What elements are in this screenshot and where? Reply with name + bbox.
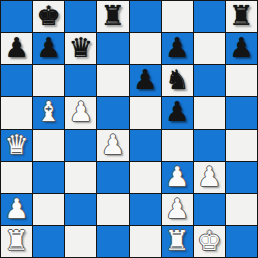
piece-white-pawn[interactable]: ♟ xyxy=(4,195,28,222)
square-b4[interactable] xyxy=(33,130,64,161)
square-f5[interactable]: ♟ xyxy=(162,97,193,128)
square-g8[interactable] xyxy=(194,1,225,32)
piece-white-pawn[interactable]: ♟ xyxy=(69,98,93,125)
piece-black-pawn[interactable]: ♟ xyxy=(165,98,189,125)
square-c3[interactable] xyxy=(65,162,96,193)
piece-black-rook[interactable]: ♜ xyxy=(101,2,125,29)
chess-board-wrapper: ♚♜♜♟♟♛♟♟♟♞♝♟♟♛♟♟♟♟♟♜♜♚ xyxy=(0,0,258,258)
piece-black-king[interactable]: ♚ xyxy=(37,2,61,29)
square-b7[interactable]: ♟ xyxy=(33,33,64,64)
square-f7[interactable]: ♟ xyxy=(162,33,193,64)
square-a2[interactable]: ♟ xyxy=(1,194,32,225)
square-c6[interactable] xyxy=(65,65,96,96)
square-d7[interactable] xyxy=(97,33,128,64)
piece-white-pawn[interactable]: ♟ xyxy=(165,163,189,190)
piece-black-queen[interactable]: ♛ xyxy=(69,34,93,61)
square-a8[interactable] xyxy=(1,1,32,32)
square-a1[interactable]: ♜ xyxy=(1,226,32,257)
piece-white-rook[interactable]: ♜ xyxy=(165,227,189,254)
square-a4[interactable]: ♛ xyxy=(1,130,32,161)
square-e1[interactable] xyxy=(130,226,161,257)
square-e4[interactable] xyxy=(130,130,161,161)
piece-black-pawn[interactable]: ♟ xyxy=(4,34,28,61)
piece-black-pawn[interactable]: ♟ xyxy=(165,34,189,61)
square-f3[interactable]: ♟ xyxy=(162,162,193,193)
square-d4[interactable]: ♟ xyxy=(97,130,128,161)
square-e7[interactable] xyxy=(130,33,161,64)
chess-board: ♚♜♜♟♟♛♟♟♟♞♝♟♟♛♟♟♟♟♟♜♜♚ xyxy=(0,0,258,258)
square-d3[interactable] xyxy=(97,162,128,193)
square-f1[interactable]: ♜ xyxy=(162,226,193,257)
square-h3[interactable] xyxy=(226,162,257,193)
square-a5[interactable] xyxy=(1,97,32,128)
square-c8[interactable] xyxy=(65,1,96,32)
piece-white-pawn[interactable]: ♟ xyxy=(197,163,221,190)
square-a6[interactable] xyxy=(1,65,32,96)
piece-black-pawn[interactable]: ♟ xyxy=(133,66,157,93)
square-a7[interactable]: ♟ xyxy=(1,33,32,64)
piece-white-rook[interactable]: ♜ xyxy=(4,227,28,254)
square-h6[interactable] xyxy=(226,65,257,96)
square-f4[interactable] xyxy=(162,130,193,161)
square-g2[interactable] xyxy=(194,194,225,225)
square-b1[interactable] xyxy=(33,226,64,257)
square-f2[interactable]: ♟ xyxy=(162,194,193,225)
square-h1[interactable] xyxy=(226,226,257,257)
square-c1[interactable] xyxy=(65,226,96,257)
piece-white-pawn[interactable]: ♟ xyxy=(165,195,189,222)
square-e3[interactable] xyxy=(130,162,161,193)
square-d2[interactable] xyxy=(97,194,128,225)
piece-black-knight[interactable]: ♞ xyxy=(165,66,189,93)
piece-white-pawn[interactable]: ♟ xyxy=(101,131,125,158)
piece-black-pawn[interactable]: ♟ xyxy=(229,34,253,61)
square-g7[interactable] xyxy=(194,33,225,64)
square-g5[interactable] xyxy=(194,97,225,128)
square-e2[interactable] xyxy=(130,194,161,225)
square-h2[interactable] xyxy=(226,194,257,225)
square-h7[interactable]: ♟ xyxy=(226,33,257,64)
square-d8[interactable]: ♜ xyxy=(97,1,128,32)
square-e8[interactable] xyxy=(130,1,161,32)
piece-black-pawn[interactable]: ♟ xyxy=(37,34,61,61)
square-b3[interactable] xyxy=(33,162,64,193)
square-g4[interactable] xyxy=(194,130,225,161)
square-f6[interactable]: ♞ xyxy=(162,65,193,96)
square-h8[interactable]: ♜ xyxy=(226,1,257,32)
square-e5[interactable] xyxy=(130,97,161,128)
square-f8[interactable] xyxy=(162,1,193,32)
piece-white-queen[interactable]: ♛ xyxy=(4,131,28,158)
square-c4[interactable] xyxy=(65,130,96,161)
square-d6[interactable] xyxy=(97,65,128,96)
square-b6[interactable] xyxy=(33,65,64,96)
piece-white-king[interactable]: ♚ xyxy=(197,227,221,254)
square-b5[interactable]: ♝ xyxy=(33,97,64,128)
square-c2[interactable] xyxy=(65,194,96,225)
square-g6[interactable] xyxy=(194,65,225,96)
square-e6[interactable]: ♟ xyxy=(130,65,161,96)
square-g1[interactable]: ♚ xyxy=(194,226,225,257)
piece-white-bishop[interactable]: ♝ xyxy=(37,98,61,125)
square-b8[interactable]: ♚ xyxy=(33,1,64,32)
square-h4[interactable] xyxy=(226,130,257,161)
square-h5[interactable] xyxy=(226,97,257,128)
piece-black-rook[interactable]: ♜ xyxy=(229,2,253,29)
square-d5[interactable] xyxy=(97,97,128,128)
square-c7[interactable]: ♛ xyxy=(65,33,96,64)
square-a3[interactable] xyxy=(1,162,32,193)
square-g3[interactable]: ♟ xyxy=(194,162,225,193)
square-b2[interactable] xyxy=(33,194,64,225)
square-d1[interactable] xyxy=(97,226,128,257)
square-c5[interactable]: ♟ xyxy=(65,97,96,128)
